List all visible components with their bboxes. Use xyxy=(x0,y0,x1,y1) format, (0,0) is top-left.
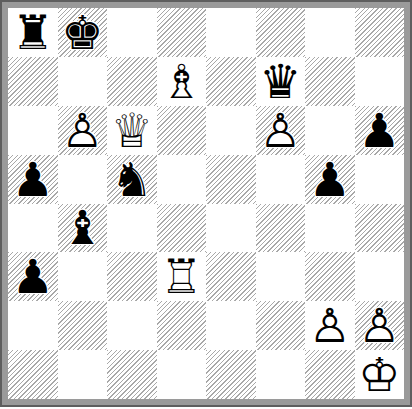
white-pawn: ♙ xyxy=(58,106,108,155)
square-g4[interactable] xyxy=(305,204,355,253)
white-queen-fill: ♛ xyxy=(107,106,157,155)
square-d3[interactable]: ♜♖ xyxy=(157,252,207,301)
square-f4[interactable] xyxy=(256,204,306,253)
black-pawn: ♟ xyxy=(355,106,405,155)
square-b8[interactable]: ♚ xyxy=(58,8,108,57)
square-d5[interactable] xyxy=(157,155,207,204)
square-f6[interactable]: ♟♙ xyxy=(256,106,306,155)
square-b4[interactable]: ♝ xyxy=(58,204,108,253)
square-g7[interactable] xyxy=(305,57,355,106)
square-c4[interactable] xyxy=(107,204,157,253)
square-g5[interactable]: ♟ xyxy=(305,155,355,204)
square-e7[interactable] xyxy=(206,57,256,106)
square-e8[interactable] xyxy=(206,8,256,57)
square-b7[interactable] xyxy=(58,57,108,106)
black-rook: ♜ xyxy=(8,8,58,57)
square-a6[interactable] xyxy=(8,106,58,155)
square-h4[interactable] xyxy=(355,204,405,253)
square-g6[interactable] xyxy=(305,106,355,155)
white-rook: ♖ xyxy=(157,252,207,301)
square-b2[interactable] xyxy=(58,301,108,350)
white-queen: ♕ xyxy=(107,106,157,155)
square-d2[interactable] xyxy=(157,301,207,350)
square-a4[interactable] xyxy=(8,204,58,253)
square-b5[interactable] xyxy=(58,155,108,204)
square-b6[interactable]: ♟♙ xyxy=(58,106,108,155)
square-h6[interactable]: ♟ xyxy=(355,106,405,155)
white-pawn-fill: ♟ xyxy=(58,106,108,155)
black-knight: ♞ xyxy=(107,155,157,204)
white-rook-fill: ♜ xyxy=(157,252,207,301)
square-g1[interactable] xyxy=(305,350,355,399)
square-f8[interactable] xyxy=(256,8,306,57)
square-f7[interactable]: ♛ xyxy=(256,57,306,106)
square-e2[interactable] xyxy=(206,301,256,350)
square-e6[interactable] xyxy=(206,106,256,155)
white-pawn-fill: ♟ xyxy=(305,301,355,350)
square-e4[interactable] xyxy=(206,204,256,253)
square-g3[interactable] xyxy=(305,252,355,301)
square-h2[interactable]: ♟♙ xyxy=(355,301,405,350)
square-a8[interactable]: ♜ xyxy=(8,8,58,57)
white-pawn-fill: ♟ xyxy=(355,301,405,350)
black-pawn: ♟ xyxy=(305,155,355,204)
white-pawn: ♙ xyxy=(256,106,306,155)
square-g2[interactable]: ♟♙ xyxy=(305,301,355,350)
square-c3[interactable] xyxy=(107,252,157,301)
square-h1[interactable]: ♚♔ xyxy=(355,350,405,399)
square-h5[interactable] xyxy=(355,155,405,204)
square-c8[interactable] xyxy=(107,8,157,57)
square-c7[interactable] xyxy=(107,57,157,106)
square-f2[interactable] xyxy=(256,301,306,350)
black-pawn: ♟ xyxy=(8,252,58,301)
square-e3[interactable] xyxy=(206,252,256,301)
square-a1[interactable] xyxy=(8,350,58,399)
black-king: ♚ xyxy=(58,8,108,57)
black-pawn: ♟ xyxy=(8,155,58,204)
square-b1[interactable] xyxy=(58,350,108,399)
chessboard: ♜♚♝♗♛♟♙♛♕♟♙♟♟♞♟♝♟♜♖♟♙♟♙♚♔ xyxy=(8,8,404,399)
square-d7[interactable]: ♝♗ xyxy=(157,57,207,106)
white-king-fill: ♚ xyxy=(355,350,405,399)
square-c5[interactable]: ♞ xyxy=(107,155,157,204)
square-e5[interactable] xyxy=(206,155,256,204)
square-h3[interactable] xyxy=(355,252,405,301)
square-a3[interactable]: ♟ xyxy=(8,252,58,301)
white-bishop-fill: ♝ xyxy=(157,57,207,106)
square-d6[interactable] xyxy=(157,106,207,155)
white-pawn: ♙ xyxy=(355,301,405,350)
square-a7[interactable] xyxy=(8,57,58,106)
square-g8[interactable] xyxy=(305,8,355,57)
black-queen: ♛ xyxy=(256,57,306,106)
square-a5[interactable]: ♟ xyxy=(8,155,58,204)
square-d4[interactable] xyxy=(157,204,207,253)
white-pawn-fill: ♟ xyxy=(256,106,306,155)
square-a2[interactable] xyxy=(8,301,58,350)
square-c6[interactable]: ♛♕ xyxy=(107,106,157,155)
white-bishop: ♗ xyxy=(157,57,207,106)
white-pawn: ♙ xyxy=(305,301,355,350)
square-f1[interactable] xyxy=(256,350,306,399)
square-c2[interactable] xyxy=(107,301,157,350)
square-f3[interactable] xyxy=(256,252,306,301)
square-e1[interactable] xyxy=(206,350,256,399)
white-king: ♔ xyxy=(355,350,405,399)
square-f5[interactable] xyxy=(256,155,306,204)
black-bishop: ♝ xyxy=(58,204,108,253)
square-h7[interactable] xyxy=(355,57,405,106)
square-b3[interactable] xyxy=(58,252,108,301)
square-d1[interactable] xyxy=(157,350,207,399)
square-c1[interactable] xyxy=(107,350,157,399)
square-h8[interactable] xyxy=(355,8,405,57)
chessboard-frame: ♜♚♝♗♛♟♙♛♕♟♙♟♟♞♟♝♟♜♖♟♙♟♙♚♔ xyxy=(0,0,412,407)
square-d8[interactable] xyxy=(157,8,207,57)
